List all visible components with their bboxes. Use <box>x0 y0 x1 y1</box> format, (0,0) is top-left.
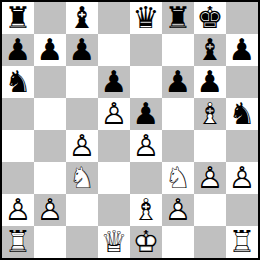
square-a2[interactable]: ♟♙ <box>2 194 34 226</box>
piece-outline-layer: ♙ <box>162 194 194 226</box>
piece-black-queen: ♛ <box>130 2 162 34</box>
piece-black-pawn: ♟ <box>130 98 162 130</box>
square-c3[interactable]: ♞♘ <box>66 162 98 194</box>
piece-black-bishop: ♝ <box>66 2 98 34</box>
square-h4[interactable] <box>226 130 258 162</box>
piece-white-rook: ♜♖ <box>226 226 258 258</box>
square-d6[interactable]: ♟ <box>98 66 130 98</box>
square-g8[interactable]: ♚ <box>194 2 226 34</box>
square-h7[interactable]: ♟ <box>226 34 258 66</box>
piece-black-rook: ♜ <box>2 2 34 34</box>
square-a1[interactable]: ♜♖ <box>2 226 34 258</box>
square-h3[interactable]: ♟♙ <box>226 162 258 194</box>
piece-white-bishop: ♝♗ <box>130 194 162 226</box>
square-c7[interactable]: ♟ <box>66 34 98 66</box>
piece-black-pawn: ♟ <box>98 66 130 98</box>
piece-outline-layer: ♖ <box>226 226 258 258</box>
square-b1[interactable] <box>34 226 66 258</box>
piece-black-pawn: ♟ <box>194 66 226 98</box>
square-b2[interactable]: ♟♙ <box>34 194 66 226</box>
piece-black-pawn: ♟ <box>34 34 66 66</box>
square-a8[interactable]: ♜ <box>2 2 34 34</box>
square-a5[interactable] <box>2 98 34 130</box>
piece-black-pawn: ♟ <box>2 34 34 66</box>
square-e8[interactable]: ♛ <box>130 2 162 34</box>
square-g1[interactable] <box>194 226 226 258</box>
square-f3[interactable]: ♞♘ <box>162 162 194 194</box>
piece-outline-layer: ♔ <box>130 226 162 258</box>
piece-outline-layer: ♙ <box>2 194 34 226</box>
piece-outline-layer: ♗ <box>130 194 162 226</box>
square-f8[interactable]: ♜ <box>162 2 194 34</box>
piece-outline-layer: ♖ <box>2 226 34 258</box>
square-d3[interactable] <box>98 162 130 194</box>
piece-black-pawn: ♟ <box>66 34 98 66</box>
piece-outline-layer: ♘ <box>162 162 194 194</box>
square-a7[interactable]: ♟ <box>2 34 34 66</box>
square-f7[interactable] <box>162 34 194 66</box>
piece-outline-layer: ♙ <box>98 98 130 130</box>
square-f2[interactable]: ♟♙ <box>162 194 194 226</box>
square-e5[interactable]: ♟ <box>130 98 162 130</box>
square-f1[interactable] <box>162 226 194 258</box>
square-h1[interactable]: ♜♖ <box>226 226 258 258</box>
square-c4[interactable]: ♟♙ <box>66 130 98 162</box>
piece-white-king: ♚♔ <box>130 226 162 258</box>
square-h5[interactable]: ♞ <box>226 98 258 130</box>
piece-black-bishop: ♝ <box>194 34 226 66</box>
square-a6[interactable]: ♞ <box>2 66 34 98</box>
piece-black-rook: ♜ <box>162 2 194 34</box>
square-e7[interactable] <box>130 34 162 66</box>
square-g4[interactable] <box>194 130 226 162</box>
square-g3[interactable]: ♟♙ <box>194 162 226 194</box>
square-e4[interactable]: ♟♙ <box>130 130 162 162</box>
square-c6[interactable] <box>66 66 98 98</box>
chess-board: ♜♝♛♜♚♟♟♟♝♟♞♟♟♟♟♙♟♝♗♞♟♙♟♙♞♘♞♘♟♙♟♙♟♙♟♙♝♗♟♙… <box>2 2 258 258</box>
square-g6[interactable]: ♟ <box>194 66 226 98</box>
piece-white-knight: ♞♘ <box>66 162 98 194</box>
square-e3[interactable] <box>130 162 162 194</box>
square-d2[interactable] <box>98 194 130 226</box>
piece-outline-layer: ♙ <box>226 162 258 194</box>
square-g2[interactable] <box>194 194 226 226</box>
square-c5[interactable] <box>66 98 98 130</box>
square-d7[interactable] <box>98 34 130 66</box>
piece-white-pawn: ♟♙ <box>34 194 66 226</box>
piece-white-pawn: ♟♙ <box>194 162 226 194</box>
square-b5[interactable] <box>34 98 66 130</box>
square-e6[interactable] <box>130 66 162 98</box>
square-b3[interactable] <box>34 162 66 194</box>
square-c2[interactable] <box>66 194 98 226</box>
piece-black-pawn: ♟ <box>226 34 258 66</box>
piece-white-pawn: ♟♙ <box>130 130 162 162</box>
square-h2[interactable] <box>226 194 258 226</box>
square-f4[interactable] <box>162 130 194 162</box>
square-b4[interactable] <box>34 130 66 162</box>
piece-black-king: ♚ <box>194 2 226 34</box>
square-f5[interactable] <box>162 98 194 130</box>
square-h6[interactable] <box>226 66 258 98</box>
chess-board-frame: ♜♝♛♜♚♟♟♟♝♟♞♟♟♟♟♙♟♝♗♞♟♙♟♙♞♘♞♘♟♙♟♙♟♙♟♙♝♗♟♙… <box>0 0 260 260</box>
square-h8[interactable] <box>226 2 258 34</box>
square-c1[interactable] <box>66 226 98 258</box>
piece-white-queen: ♛♕ <box>98 226 130 258</box>
square-g7[interactable]: ♝ <box>194 34 226 66</box>
square-a3[interactable] <box>2 162 34 194</box>
piece-black-knight: ♞ <box>2 66 34 98</box>
piece-white-bishop: ♝♗ <box>194 98 226 130</box>
piece-white-knight: ♞♘ <box>162 162 194 194</box>
piece-white-rook: ♜♖ <box>2 226 34 258</box>
piece-white-pawn: ♟♙ <box>98 98 130 130</box>
square-b6[interactable] <box>34 66 66 98</box>
square-c8[interactable]: ♝ <box>66 2 98 34</box>
piece-outline-layer: ♕ <box>98 226 130 258</box>
square-d5[interactable]: ♟♙ <box>98 98 130 130</box>
piece-outline-layer: ♙ <box>194 162 226 194</box>
piece-white-pawn: ♟♙ <box>162 194 194 226</box>
piece-outline-layer: ♗ <box>194 98 226 130</box>
piece-white-pawn: ♟♙ <box>226 162 258 194</box>
square-g5[interactable]: ♝♗ <box>194 98 226 130</box>
piece-white-pawn: ♟♙ <box>2 194 34 226</box>
square-e2[interactable]: ♝♗ <box>130 194 162 226</box>
piece-black-pawn: ♟ <box>162 66 194 98</box>
square-a4[interactable] <box>2 130 34 162</box>
piece-white-pawn: ♟♙ <box>66 130 98 162</box>
square-b8[interactable] <box>34 2 66 34</box>
square-d1[interactable]: ♛♕ <box>98 226 130 258</box>
square-f6[interactable]: ♟ <box>162 66 194 98</box>
piece-outline-layer: ♙ <box>130 130 162 162</box>
square-d4[interactable] <box>98 130 130 162</box>
piece-outline-layer: ♙ <box>66 130 98 162</box>
square-b7[interactable]: ♟ <box>34 34 66 66</box>
square-d8[interactable] <box>98 2 130 34</box>
piece-black-knight: ♞ <box>226 98 258 130</box>
square-e1[interactable]: ♚♔ <box>130 226 162 258</box>
piece-outline-layer: ♘ <box>66 162 98 194</box>
piece-outline-layer: ♙ <box>34 194 66 226</box>
